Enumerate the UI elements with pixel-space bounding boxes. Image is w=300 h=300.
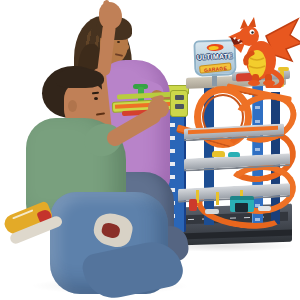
boy-eye <box>94 97 98 100</box>
boy-forearm-raised <box>97 21 116 76</box>
product-photo: ULTIMATE GARAGE <box>0 0 300 300</box>
boy-nose <box>103 102 109 109</box>
boy-hand-raised <box>99 2 122 29</box>
shoe-heel-patch <box>100 222 121 240</box>
boy <box>0 0 300 300</box>
boy-hair-front <box>56 68 104 88</box>
boy-ear <box>68 100 77 112</box>
